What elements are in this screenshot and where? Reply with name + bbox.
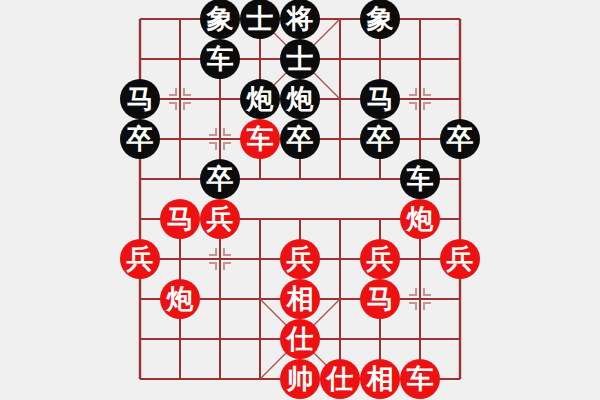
- piece-black-cannon[interactable]: 炮: [280, 79, 320, 119]
- piece-red-horse[interactable]: 马: [160, 199, 200, 239]
- piece-black-soldier[interactable]: 卒: [440, 119, 480, 159]
- piece-red-cannon[interactable]: 炮: [160, 279, 200, 319]
- piece-black-cannon[interactable]: 炮: [240, 79, 280, 119]
- piece-black-general[interactable]: 将: [280, 0, 320, 39]
- piece-red-soldier[interactable]: 兵: [120, 239, 160, 279]
- piece-black-advisor[interactable]: 士: [240, 0, 280, 39]
- piece-black-elephant[interactable]: 象: [200, 0, 240, 39]
- piece-red-horse[interactable]: 马: [360, 279, 400, 319]
- piece-red-elephant[interactable]: 相: [280, 279, 320, 319]
- piece-red-cannon[interactable]: 炮: [400, 199, 440, 239]
- piece-red-advisor[interactable]: 仕: [280, 319, 320, 359]
- piece-black-chariot[interactable]: 车: [400, 159, 440, 199]
- piece-black-soldier[interactable]: 卒: [120, 119, 160, 159]
- piece-layer: 象士将象车士马炮炮马卒车卒卒卒卒车马兵炮兵兵兵兵炮相马仕帅仕相车: [120, 0, 480, 399]
- piece-black-horse[interactable]: 马: [120, 79, 160, 119]
- piece-black-horse[interactable]: 马: [360, 79, 400, 119]
- xiangqi-board[interactable]: 象士将象车士马炮炮马卒车卒卒卒卒车马兵炮兵兵兵兵炮相马仕帅仕相车: [120, 0, 480, 400]
- piece-red-soldier[interactable]: 兵: [440, 239, 480, 279]
- xiangqi-app: 象士将象车士马炮炮马卒车卒卒卒卒车马兵炮兵兵兵兵炮相马仕帅仕相车: [0, 0, 600, 400]
- piece-red-advisor[interactable]: 仕: [320, 359, 360, 399]
- piece-red-general[interactable]: 帅: [280, 359, 320, 399]
- piece-red-elephant[interactable]: 相: [360, 359, 400, 399]
- piece-black-soldier[interactable]: 卒: [200, 159, 240, 199]
- piece-red-chariot[interactable]: 车: [400, 359, 440, 399]
- piece-black-soldier[interactable]: 卒: [360, 119, 400, 159]
- piece-black-chariot[interactable]: 车: [200, 39, 240, 79]
- piece-red-soldier[interactable]: 兵: [280, 239, 320, 279]
- piece-black-advisor[interactable]: 士: [280, 39, 320, 79]
- piece-black-soldier[interactable]: 卒: [280, 119, 320, 159]
- piece-red-chariot[interactable]: 车: [240, 119, 280, 159]
- piece-black-elephant[interactable]: 象: [360, 0, 400, 39]
- piece-red-soldier[interactable]: 兵: [200, 199, 240, 239]
- piece-red-soldier[interactable]: 兵: [360, 239, 400, 279]
